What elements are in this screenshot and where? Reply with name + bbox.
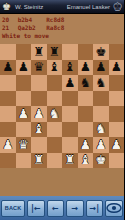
black-pawn: ♟ [111, 61, 122, 74]
square-a2[interactable]: ♟ [0, 137, 16, 153]
square-a6[interactable] [0, 75, 16, 91]
square-c5[interactable] [31, 91, 47, 107]
square-c7[interactable]: ♛ [31, 60, 47, 76]
move-row: 21 Qa2b2 Ra8c8 [2, 24, 124, 32]
square-f5[interactable] [78, 91, 94, 107]
move-row: 20 b2b4 Rc8d8 [2, 16, 124, 24]
view-button[interactable] [105, 200, 123, 217]
square-h4[interactable] [109, 106, 125, 122]
square-c8[interactable]: ♜ [31, 44, 47, 60]
black-knight: ♞ [95, 76, 106, 89]
white-queen: ♛ [18, 138, 29, 151]
chess-board: ♜♜♚♟♟♛♝♝♟♟♟♟♞♞♟♟♞♝♞♟♛♟♟♟♜♜♝♚ [0, 44, 124, 168]
square-d8[interactable]: ♜ [47, 44, 63, 60]
black-knight: ♞ [80, 76, 91, 89]
square-g5[interactable] [93, 91, 109, 107]
square-f7[interactable]: ♟ [78, 60, 94, 76]
square-c4[interactable]: ♟ [31, 106, 47, 122]
square-f3[interactable] [78, 122, 94, 138]
square-h7[interactable]: ♟ [109, 60, 125, 76]
square-a8[interactable] [0, 44, 16, 60]
white-knight: ♞ [49, 107, 60, 120]
square-f6[interactable]: ♞ [78, 75, 94, 91]
square-h6[interactable] [109, 75, 125, 91]
square-e4[interactable] [62, 106, 78, 122]
square-b7[interactable]: ♟ [16, 60, 32, 76]
next-move-button[interactable]: → [66, 200, 83, 217]
square-d4[interactable]: ♞ [47, 106, 63, 122]
move-number: 21 [2, 24, 14, 32]
square-a3[interactable] [0, 122, 16, 138]
square-b5[interactable] [16, 91, 32, 107]
square-e7[interactable]: ♝ [62, 60, 78, 76]
white-bishop: ♝ [80, 154, 91, 167]
white-move: Qa2b2 [18, 24, 43, 32]
square-c1[interactable]: ♜ [31, 153, 47, 169]
prev-move-button[interactable]: ← [47, 200, 64, 217]
white-king-icon: ♚ [2, 2, 11, 12]
square-g4[interactable] [93, 106, 109, 122]
square-h1[interactable] [109, 153, 125, 169]
status-text: White to move [2, 32, 124, 40]
square-c2[interactable] [31, 137, 47, 153]
square-h3[interactable] [109, 122, 125, 138]
white-player-name: W. Steinitz [15, 4, 43, 10]
square-a1[interactable] [0, 153, 16, 169]
square-b6[interactable] [16, 75, 32, 91]
square-h5[interactable] [109, 91, 125, 107]
square-e2[interactable] [62, 137, 78, 153]
square-b1[interactable] [16, 153, 32, 169]
black-pawn: ♟ [80, 61, 91, 74]
white-pawn: ♟ [80, 138, 91, 151]
black-rook: ♜ [33, 45, 44, 58]
white-pawn: ♟ [18, 107, 29, 120]
last-move-button[interactable]: →| [86, 200, 103, 217]
square-d3[interactable] [47, 122, 63, 138]
black-move: Rc8d8 [46, 16, 64, 24]
square-h2[interactable]: ♟ [109, 137, 125, 153]
white-bishop: ♝ [33, 123, 44, 136]
square-b2[interactable]: ♛ [16, 137, 32, 153]
white-pawn: ♟ [33, 107, 44, 120]
white-knight: ♞ [95, 123, 106, 136]
black-rook: ♜ [49, 45, 60, 58]
square-a5[interactable] [0, 91, 16, 107]
square-c6[interactable] [31, 75, 47, 91]
back-button[interactable]: BACK [1, 200, 25, 217]
black-pawn: ♟ [95, 61, 106, 74]
move-list: 20 b2b4 Rc8d8 21 Qa2b2 Ra8c8 White to mo… [0, 14, 124, 44]
white-pawn: ♟ [95, 138, 106, 151]
square-h8[interactable] [109, 44, 125, 60]
square-g2[interactable]: ♟ [93, 137, 109, 153]
square-d2[interactable] [47, 137, 63, 153]
square-g3[interactable]: ♞ [93, 122, 109, 138]
move-number: 20 [2, 16, 14, 24]
white-pawn: ♟ [111, 138, 122, 151]
black-bishop: ♝ [49, 61, 60, 74]
square-e1[interactable]: ♜ [62, 153, 78, 169]
black-queen: ♛ [33, 61, 44, 74]
square-g6[interactable]: ♞ [93, 75, 109, 91]
first-move-button[interactable]: |← [27, 200, 44, 217]
square-f4[interactable] [78, 106, 94, 122]
square-f1[interactable]: ♝ [78, 153, 94, 169]
black-king-icon: ♚ [113, 2, 122, 12]
black-player-name: Emanuel Lasker [67, 4, 110, 10]
square-b8[interactable] [16, 44, 32, 60]
black-pawn: ♟ [64, 76, 75, 89]
square-e6[interactable]: ♟ [62, 75, 78, 91]
square-g7[interactable]: ♟ [93, 60, 109, 76]
square-b3[interactable] [16, 122, 32, 138]
black-pawn: ♟ [18, 61, 29, 74]
square-c3[interactable]: ♝ [31, 122, 47, 138]
chess-app: ♚ W. Steinitz Emanuel Lasker ♚ 20 b2b4 R… [0, 0, 124, 220]
square-g8[interactable]: ♚ [93, 44, 109, 60]
square-d5[interactable] [47, 91, 63, 107]
white-pawn: ♟ [2, 138, 13, 151]
square-b4[interactable]: ♟ [16, 106, 32, 122]
eye-icon [106, 203, 122, 213]
square-a4[interactable] [0, 106, 16, 122]
black-pawn: ♟ [2, 61, 13, 74]
square-d6[interactable] [47, 75, 63, 91]
white-move: b2b4 [18, 16, 43, 24]
square-e3[interactable] [62, 122, 78, 138]
square-f2[interactable]: ♟ [78, 137, 94, 153]
white-rook: ♜ [33, 154, 44, 167]
white-king: ♚ [95, 154, 106, 167]
black-bishop: ♝ [64, 61, 75, 74]
white-rook: ♜ [64, 154, 75, 167]
square-a7[interactable]: ♟ [0, 60, 16, 76]
navigation-toolbar: BACK |← ← → →| [0, 196, 124, 220]
square-d7[interactable]: ♝ [47, 60, 63, 76]
square-e5[interactable] [62, 91, 78, 107]
square-d1[interactable] [47, 153, 63, 169]
square-f8[interactable] [78, 44, 94, 60]
square-g1[interactable]: ♚ [93, 153, 109, 169]
black-king: ♚ [95, 45, 106, 58]
black-move: Ra8c8 [46, 24, 64, 32]
board-margin [0, 168, 124, 196]
square-e8[interactable] [62, 44, 78, 60]
game-header: ♚ W. Steinitz Emanuel Lasker ♚ [0, 0, 124, 14]
